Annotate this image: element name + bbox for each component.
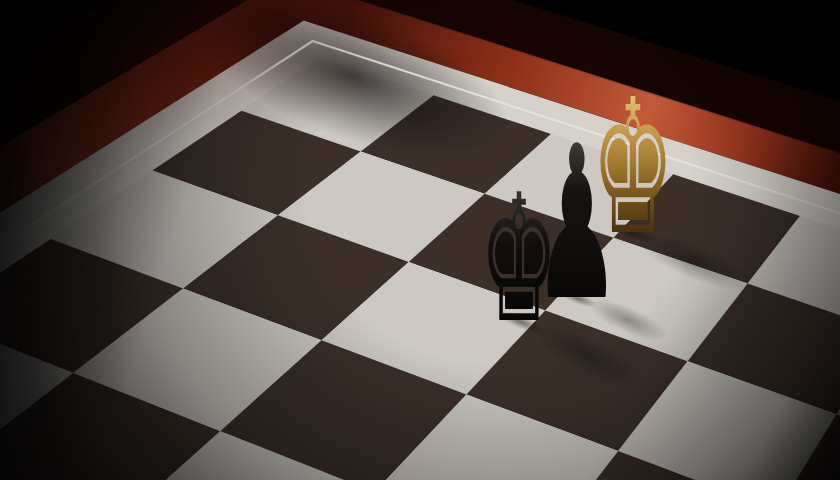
- piece-black-king[interactable]: ♚: [440, 172, 598, 348]
- chessboard-photo-stage: ♚ ♟ ♚: [0, 0, 840, 480]
- black-king-glyph: ♚: [480, 172, 559, 348]
